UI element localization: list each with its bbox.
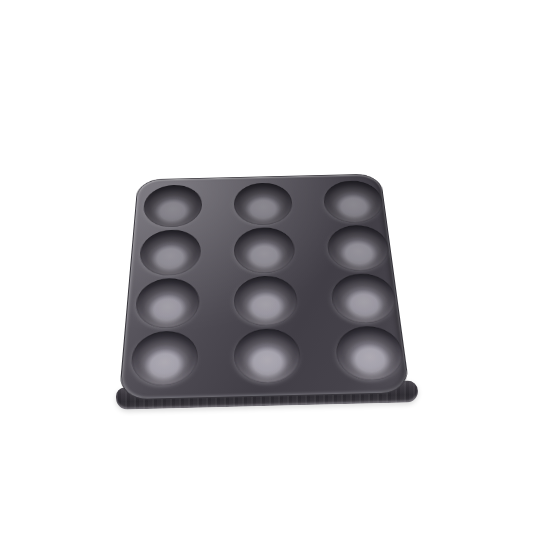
- muffin-cup: [325, 225, 391, 272]
- photo-canvas: [0, 0, 533, 533]
- muffin-cup: [134, 278, 200, 329]
- cup-grid: [121, 174, 406, 386]
- muffin-pan: [119, 174, 411, 401]
- muffin-cup: [234, 275, 299, 326]
- muffin-cup: [233, 227, 295, 274]
- muffin-cup: [334, 326, 406, 381]
- muffin-cup: [322, 180, 385, 223]
- muffin-cup: [142, 184, 202, 227]
- muffin-cup: [234, 328, 302, 384]
- muffin-cup: [329, 273, 398, 324]
- muffin-cup: [129, 330, 198, 386]
- muffin-cup: [233, 182, 292, 225]
- muffin-cup: [138, 229, 201, 276]
